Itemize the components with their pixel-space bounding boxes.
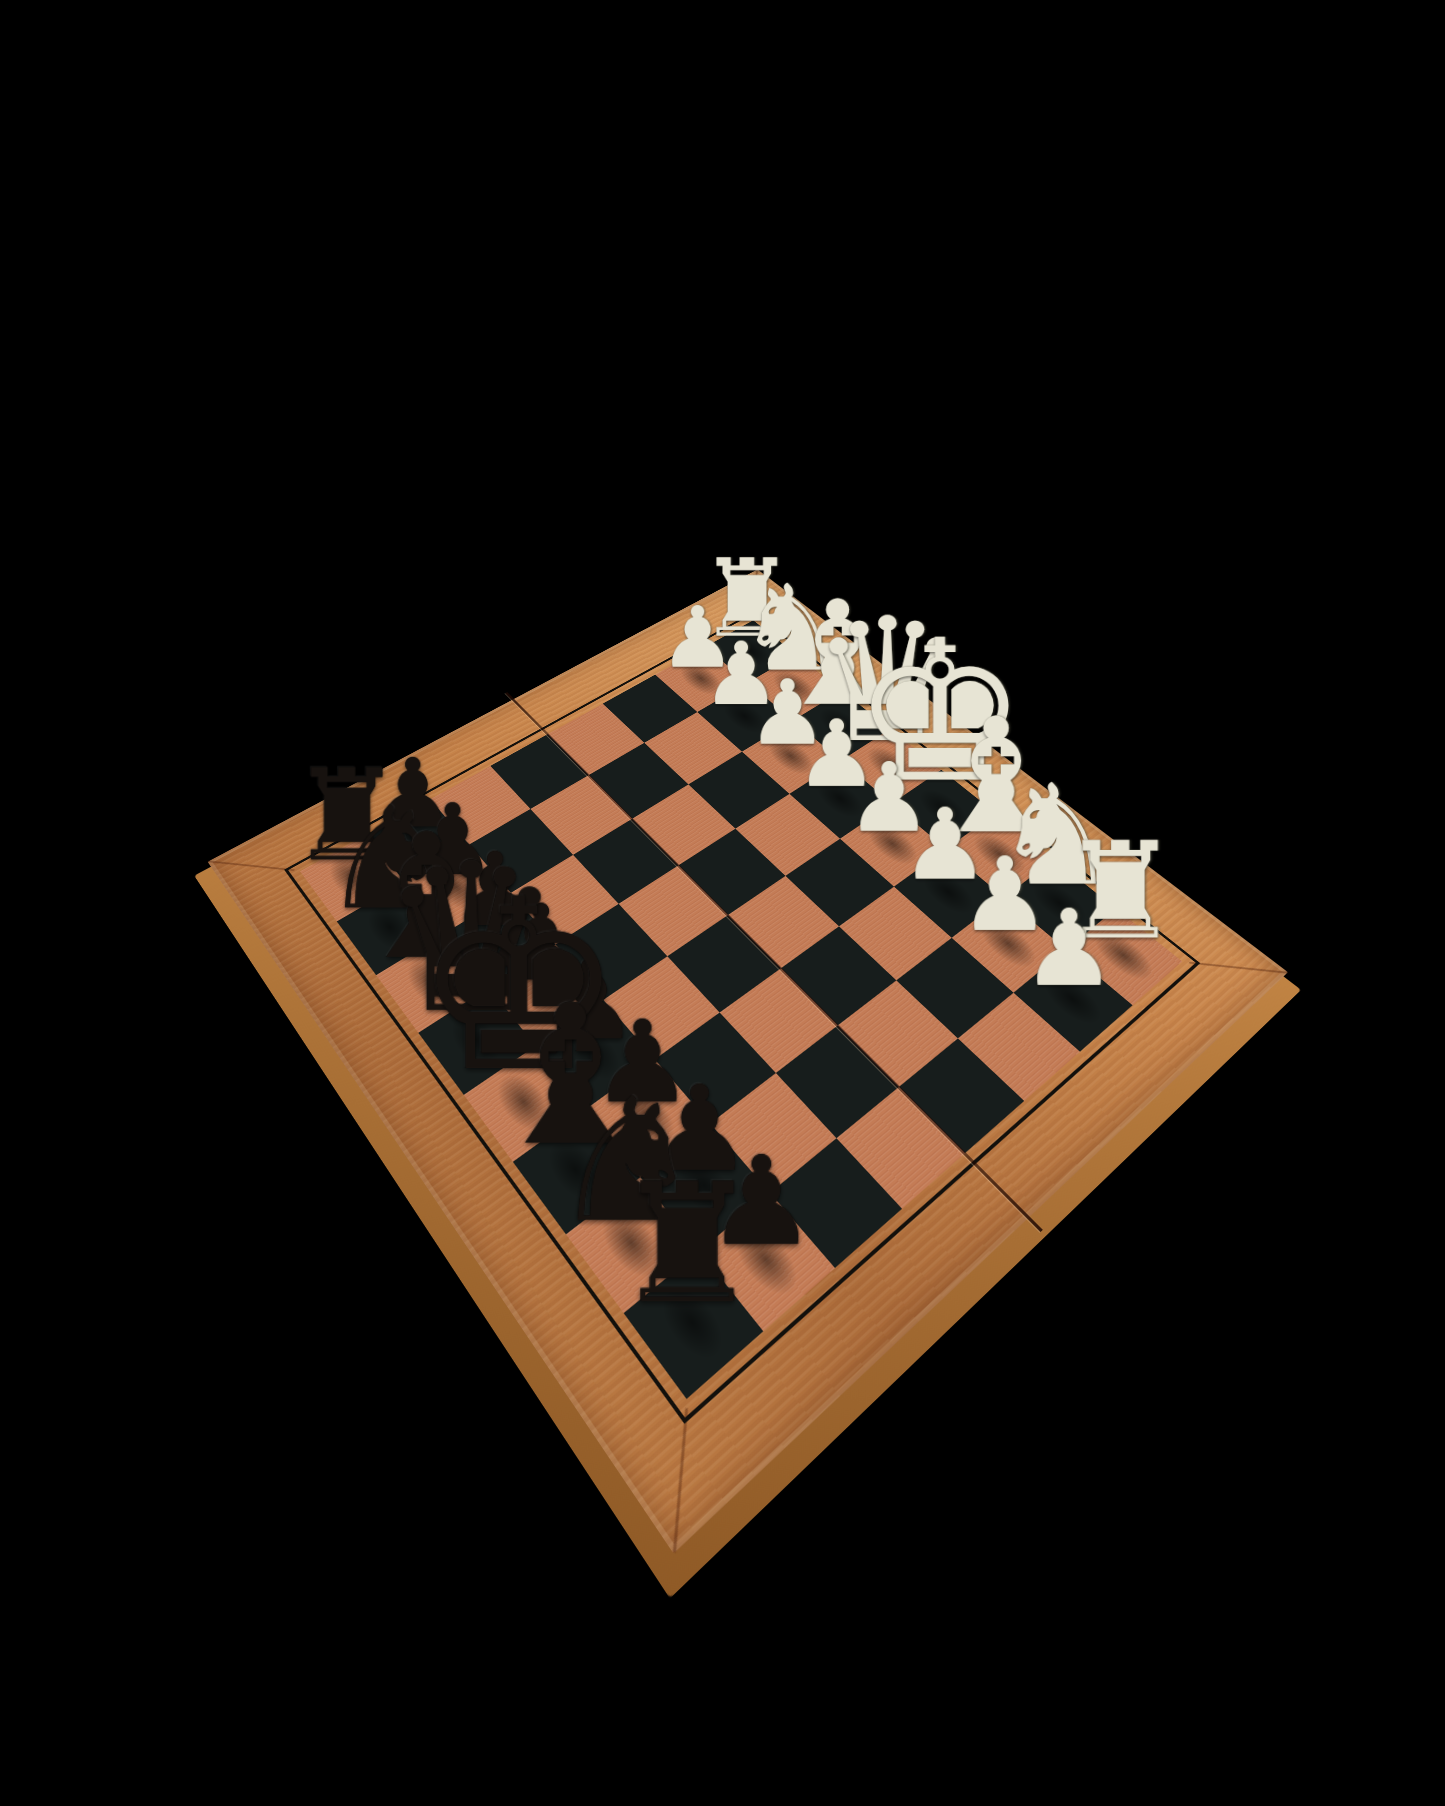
white-pawn-icon: ♟ <box>910 896 1228 1002</box>
chessboard: ♜♞♝♛♚♝♞♜♟♟♟♟♟♟♟♟♟♟♟♟♟♟♟♟♜♞♝♛♚♝♞♜ <box>207 569 1288 1553</box>
photo-scene: ♜♞♝♛♚♝♞♜♟♟♟♟♟♟♟♟♟♟♟♟♟♟♟♟♜♞♝♛♚♝♞♜ <box>0 0 1445 1806</box>
black-rook-icon: ♜ <box>496 1161 878 1327</box>
